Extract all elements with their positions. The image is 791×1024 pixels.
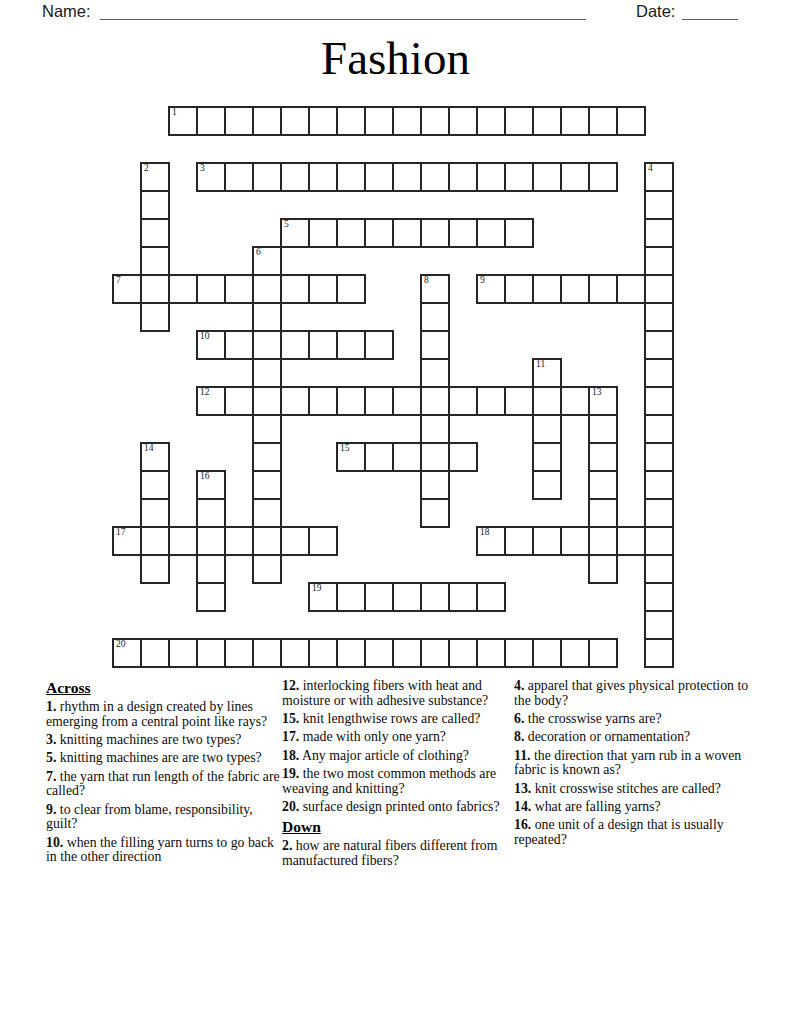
grid-cell[interactable] (616, 274, 646, 304)
cell-number: 9 (480, 275, 485, 286)
grid-cell[interactable] (364, 638, 394, 668)
grid-cell[interactable] (532, 414, 562, 444)
grid-cell[interactable]: 15 (336, 442, 366, 472)
grid-cell[interactable] (476, 386, 506, 416)
grid-cell[interactable] (532, 638, 562, 668)
clues-column-1: Across1. rhythm in a design created by l… (46, 679, 280, 869)
grid-cell[interactable] (308, 106, 338, 136)
grid-cell[interactable] (560, 386, 590, 416)
grid-cell[interactable]: 10 (196, 330, 226, 360)
grid-cell[interactable] (644, 470, 674, 500)
down-clue-8: 8. decoration or ornamentation? (514, 730, 762, 745)
grid-cell[interactable] (476, 218, 506, 248)
grid-cell[interactable] (252, 162, 282, 192)
grid-cell[interactable] (588, 274, 618, 304)
grid-cell[interactable] (644, 498, 674, 528)
grid-cell[interactable] (308, 218, 338, 248)
grid-cell[interactable]: 14 (140, 442, 170, 472)
grid-cell[interactable] (588, 526, 618, 556)
clue-number-label: 17. (282, 729, 299, 744)
grid-cell[interactable] (392, 106, 422, 136)
grid-cell[interactable] (224, 386, 254, 416)
grid-cell[interactable] (196, 274, 226, 304)
grid-cell[interactable] (252, 498, 282, 528)
grid-cell[interactable] (252, 442, 282, 472)
across-heading: Across (46, 679, 280, 697)
grid-cell[interactable] (420, 330, 450, 360)
grid-cell[interactable] (252, 638, 282, 668)
across-clue-17: 17. made with only one yarn? (282, 730, 511, 745)
grid-cell[interactable] (364, 106, 394, 136)
across-clue-1: 1. rhythm in a design created by lines e… (46, 700, 280, 730)
grid-cell[interactable] (224, 162, 254, 192)
grid-cell[interactable] (420, 470, 450, 500)
grid-cell[interactable] (476, 106, 506, 136)
across-clue-9: 9. to clear from blame, responsibility, … (46, 803, 280, 833)
grid-cell[interactable] (140, 190, 170, 220)
grid-cell[interactable] (196, 638, 226, 668)
clue-number-label: 13. (514, 781, 531, 796)
grid-cell[interactable]: 3 (196, 162, 226, 192)
down-clue-6: 6. the crosswise yarns are? (514, 712, 762, 727)
grid-cell[interactable] (448, 218, 478, 248)
clue-number-label: 19. (282, 766, 299, 781)
date-label: Date: (636, 2, 675, 21)
grid-cell[interactable]: 19 (308, 582, 338, 612)
grid-cell[interactable]: 12 (196, 386, 226, 416)
grid-cell[interactable] (252, 274, 282, 304)
grid-cell[interactable] (588, 470, 618, 500)
grid-cell[interactable]: 9 (476, 274, 506, 304)
grid-cell[interactable] (392, 638, 422, 668)
grid-cell[interactable] (560, 526, 590, 556)
grid-cell[interactable] (588, 414, 618, 444)
grid-cell[interactable] (420, 106, 450, 136)
grid-cell[interactable]: 17 (112, 526, 142, 556)
grid-cell[interactable] (644, 302, 674, 332)
grid-cell[interactable] (644, 386, 674, 416)
across-clue-15: 15. knit lengthwise rows are called? (282, 712, 511, 727)
grid-cell[interactable] (420, 218, 450, 248)
grid-cell[interactable] (252, 358, 282, 388)
cell-number: 10 (200, 331, 210, 342)
grid-cell[interactable] (560, 274, 590, 304)
grid-cell[interactable]: 4 (644, 162, 674, 192)
clue-number-label: 7. (46, 769, 56, 784)
grid-cell[interactable] (504, 526, 534, 556)
grid-cell[interactable] (588, 442, 618, 472)
cell-number: 19 (312, 583, 322, 594)
cell-number: 12 (200, 387, 210, 398)
grid-cell[interactable] (644, 190, 674, 220)
grid-cell[interactable] (644, 246, 674, 276)
clue-number-label: 20. (282, 799, 299, 814)
grid-cell[interactable] (420, 162, 450, 192)
grid-cell[interactable] (644, 638, 674, 668)
grid-cell[interactable]: 2 (140, 162, 170, 192)
grid-cell[interactable] (644, 414, 674, 444)
cell-number: 8 (424, 275, 429, 286)
grid-cell[interactable] (392, 442, 422, 472)
grid-cell[interactable] (252, 386, 282, 416)
grid-cell[interactable] (336, 218, 366, 248)
grid-cell[interactable] (280, 526, 310, 556)
grid-cell[interactable] (644, 526, 674, 556)
grid-cell[interactable] (140, 554, 170, 584)
grid-cell[interactable] (336, 162, 366, 192)
cell-number: 18 (480, 527, 490, 538)
across-clue-19: 19. the two most common methods are weav… (282, 767, 511, 797)
clue-number-label: 9. (46, 802, 56, 817)
grid-cell[interactable] (168, 638, 198, 668)
grid-cell[interactable] (392, 162, 422, 192)
grid-cell[interactable] (336, 582, 366, 612)
grid-cell[interactable]: 7 (112, 274, 142, 304)
grid-cell[interactable] (168, 274, 198, 304)
across-clue-20: 20. surface design printed onto fabrics? (282, 800, 511, 815)
grid-cell[interactable]: 8 (420, 274, 450, 304)
grid-cell[interactable] (532, 162, 562, 192)
grid-cell[interactable] (448, 106, 478, 136)
grid-cell[interactable] (588, 162, 618, 192)
grid-cell[interactable] (252, 554, 282, 584)
grid-cell[interactable] (504, 274, 534, 304)
grid-cell[interactable] (140, 470, 170, 500)
cell-number: 11 (536, 359, 545, 370)
grid-cell[interactable] (140, 274, 170, 304)
cell-number: 5 (284, 219, 289, 230)
clue-number-label: 16. (514, 817, 531, 832)
grid-cell[interactable] (644, 554, 674, 584)
grid-cell[interactable] (224, 274, 254, 304)
grid-cell[interactable] (280, 106, 310, 136)
cell-number: 2 (144, 163, 149, 174)
grid-cell[interactable] (364, 442, 394, 472)
grid-cell[interactable] (504, 218, 534, 248)
name-input-line[interactable] (100, 1, 586, 20)
grid-cell[interactable] (364, 162, 394, 192)
grid-cell[interactable] (448, 162, 478, 192)
grid-cell[interactable] (560, 162, 590, 192)
clue-number-label: 6. (514, 711, 524, 726)
down-clue-2: 2. how are natural fibers different from… (282, 839, 511, 869)
grid-cell[interactable] (336, 106, 366, 136)
grid-cell[interactable] (336, 274, 366, 304)
cell-number: 17 (116, 527, 126, 538)
cell-number: 15 (340, 443, 350, 454)
down-heading: Down (282, 818, 511, 836)
clue-number-label: 15. (282, 711, 299, 726)
grid-cell[interactable] (308, 274, 338, 304)
grid-cell[interactable] (504, 162, 534, 192)
cell-number: 14 (144, 443, 154, 454)
grid-cell[interactable] (196, 554, 226, 584)
grid-cell[interactable] (140, 246, 170, 276)
clue-number-label: 12. (282, 678, 299, 693)
grid-cell[interactable] (504, 638, 534, 668)
grid-cell[interactable] (420, 414, 450, 444)
clue-number-label: 8. (514, 729, 524, 744)
grid-cell[interactable] (392, 386, 422, 416)
grid-cell[interactable] (532, 442, 562, 472)
grid-cell[interactable]: 6 (252, 246, 282, 276)
grid-cell[interactable] (560, 638, 590, 668)
down-clue-13: 13. knit crosswise stitches are called? (514, 782, 762, 797)
across-clue-5: 5. knitting machines are are two types? (46, 751, 280, 766)
clue-number-label: 5. (46, 750, 56, 765)
grid-cell[interactable] (224, 330, 254, 360)
grid-cell[interactable] (336, 638, 366, 668)
grid-cell[interactable] (644, 610, 674, 640)
grid-cell[interactable] (280, 274, 310, 304)
grid-cell[interactable] (448, 582, 478, 612)
grid-cell[interactable] (224, 526, 254, 556)
grid-cell[interactable] (308, 526, 338, 556)
across-clue-18: 18. Any major article of clothing? (282, 749, 511, 764)
grid-cell[interactable] (588, 554, 618, 584)
clue-number-label: 3. (46, 732, 56, 747)
grid-cell[interactable]: 11 (532, 358, 562, 388)
grid-cell[interactable] (280, 638, 310, 668)
grid-cell[interactable] (644, 218, 674, 248)
grid-cell[interactable] (420, 582, 450, 612)
grid-cell[interactable] (532, 386, 562, 416)
across-clue-10: 10. when the filling yarn turns to go ba… (46, 836, 280, 866)
grid-cell[interactable] (532, 274, 562, 304)
grid-cell[interactable] (476, 582, 506, 612)
grid-cell[interactable] (252, 106, 282, 136)
grid-cell[interactable]: 20 (112, 638, 142, 668)
cell-number: 3 (200, 163, 205, 174)
cell-number: 20 (116, 639, 126, 650)
clue-number-label: 2. (282, 838, 292, 853)
grid-cell[interactable]: 13 (588, 386, 618, 416)
grid-cell[interactable] (644, 582, 674, 612)
grid-cell[interactable] (252, 526, 282, 556)
clue-number-label: 4. (514, 678, 524, 693)
down-clue-14: 14. what are falling yarns? (514, 800, 762, 815)
cell-number: 1 (172, 107, 177, 118)
grid-cell[interactable] (140, 526, 170, 556)
clue-number-label: 14. (514, 799, 531, 814)
grid-cell[interactable] (392, 582, 422, 612)
grid-cell[interactable] (560, 106, 590, 136)
grid-cell[interactable] (392, 218, 422, 248)
grid-cell[interactable] (448, 638, 478, 668)
clues-column-2: 12. interlocking fibers with heat and mo… (282, 679, 511, 872)
grid-cell[interactable] (252, 470, 282, 500)
clue-number-label: 10. (46, 835, 63, 850)
grid-cell[interactable] (196, 498, 226, 528)
grid-cell[interactable] (420, 358, 450, 388)
grid-cell[interactable] (532, 526, 562, 556)
grid-cell[interactable] (224, 106, 254, 136)
grid-cell[interactable] (224, 638, 254, 668)
grid-cell[interactable] (308, 638, 338, 668)
grid-cell[interactable] (420, 386, 450, 416)
across-clue-12: 12. interlocking fibers with heat and mo… (282, 679, 511, 709)
grid-cell[interactable]: 1 (168, 106, 198, 136)
grid-cell[interactable] (420, 498, 450, 528)
crossword-worksheet-page: { "game": "crossword", "title": "Fashion… (0, 0, 791, 1024)
name-label: Name: (42, 2, 91, 21)
grid-cell[interactable] (252, 414, 282, 444)
grid-cell[interactable] (420, 638, 450, 668)
grid-cell[interactable] (308, 330, 338, 360)
cell-number: 13 (592, 387, 602, 398)
grid-cell[interactable] (252, 302, 282, 332)
grid-cell[interactable] (196, 106, 226, 136)
grid-cell[interactable]: 5 (280, 218, 310, 248)
cell-number: 6 (256, 247, 261, 258)
grid-cell[interactable] (364, 218, 394, 248)
grid-cell[interactable] (420, 302, 450, 332)
grid-cell[interactable] (196, 582, 226, 612)
down-clue-11: 11. the direction that yarn rub in a wov… (514, 749, 762, 779)
grid-cell[interactable] (588, 498, 618, 528)
grid-cell[interactable] (420, 442, 450, 472)
page-title: Fashion (0, 31, 791, 85)
grid-cell[interactable] (140, 218, 170, 248)
across-clue-7: 7. the yarn that run length of the fabri… (46, 770, 280, 800)
grid-cell[interactable] (196, 526, 226, 556)
cell-number: 4 (648, 163, 653, 174)
grid-cell[interactable] (364, 386, 394, 416)
grid-cell[interactable] (644, 358, 674, 388)
grid-cell[interactable] (644, 442, 674, 472)
clue-number-label: 11. (514, 748, 531, 763)
grid-cell[interactable] (280, 162, 310, 192)
grid-cell[interactable] (140, 302, 170, 332)
grid-cell[interactable] (364, 582, 394, 612)
grid-cell[interactable] (532, 470, 562, 500)
grid-cell[interactable] (168, 526, 198, 556)
grid-cell[interactable] (308, 162, 338, 192)
grid-cell[interactable]: 18 (476, 526, 506, 556)
grid-cell[interactable] (252, 330, 282, 360)
grid-cell[interactable] (504, 386, 534, 416)
grid-cell[interactable] (140, 638, 170, 668)
cell-number: 16 (200, 471, 210, 482)
grid-cell[interactable] (280, 330, 310, 360)
grid-cell[interactable] (364, 330, 394, 360)
cell-number: 7 (116, 275, 121, 286)
grid-cell[interactable] (336, 330, 366, 360)
grid-cell[interactable] (644, 274, 674, 304)
grid-cell[interactable] (532, 106, 562, 136)
down-clue-4: 4. apparel that gives physical protectio… (514, 679, 762, 709)
grid-cell[interactable] (336, 386, 366, 416)
grid-cell[interactable] (140, 498, 170, 528)
clue-number-label: 18. (282, 748, 299, 763)
grid-cell[interactable]: 16 (196, 470, 226, 500)
grid-cell[interactable] (448, 386, 478, 416)
grid-cell[interactable] (616, 106, 646, 136)
grid-cell[interactable] (476, 638, 506, 668)
grid-cell[interactable] (504, 106, 534, 136)
date-input-line[interactable] (682, 1, 738, 20)
grid-cell[interactable] (616, 526, 646, 556)
grid-cell[interactable] (588, 106, 618, 136)
grid-cell[interactable] (280, 386, 310, 416)
grid-cell[interactable] (308, 386, 338, 416)
grid-cell[interactable] (644, 330, 674, 360)
clues-column-3: 4. apparel that gives physical protectio… (514, 679, 762, 851)
across-clue-3: 3. knitting machines are two types? (46, 733, 280, 748)
clue-number-label: 1. (46, 699, 56, 714)
grid-cell[interactable] (588, 638, 618, 668)
grid-cell[interactable] (476, 162, 506, 192)
grid-cell[interactable] (448, 442, 478, 472)
down-clue-16: 16. one unit of a design that is usually… (514, 818, 762, 848)
crossword-grid: 1234567891011121314151617181920 (113, 107, 675, 669)
